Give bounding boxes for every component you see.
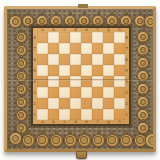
coin-medallion-icon: [92, 134, 105, 147]
square-a6[interactable]: [37, 54, 48, 65]
square-g3[interactable]: [103, 87, 114, 98]
clasp-tab: [76, 151, 87, 159]
coin-medallion-icon: [36, 134, 49, 147]
coin-medallion-icon: [92, 15, 104, 27]
coin-medallion-icon: [106, 15, 118, 27]
coordinate-label: 4: [124, 80, 130, 84]
board-frame: aabbccddeeffgghh8877665544332211: [33, 28, 129, 124]
square-e4[interactable]: [81, 76, 92, 87]
square-f4[interactable]: [92, 76, 103, 87]
square-b4[interactable]: [48, 76, 59, 87]
coordinate-label: b: [51, 28, 57, 32]
square-c6[interactable]: [59, 54, 70, 65]
coordinate-label: 1: [124, 113, 130, 117]
coin-medallion-icon: [22, 15, 34, 27]
coordinate-label: 3: [32, 91, 38, 95]
coordinate-label: 8: [124, 36, 130, 40]
coin-medallion-icon: [50, 15, 62, 27]
coordinate-label: 6: [124, 58, 130, 62]
square-b8[interactable]: [48, 32, 59, 43]
square-f8[interactable]: [92, 32, 103, 43]
coordinate-label: 3: [124, 91, 130, 95]
coordinate-label: 8: [32, 36, 38, 40]
coin-medallion-icon: [16, 84, 27, 95]
square-g6[interactable]: [103, 54, 114, 65]
coordinate-label: e: [84, 120, 90, 124]
square-a4[interactable]: [37, 76, 48, 87]
square-f6[interactable]: [92, 54, 103, 65]
coordinate-label: 7: [124, 47, 130, 51]
carved-border: aabbccddeeffgghh8877665544332211: [7, 9, 153, 149]
coordinate-label: a: [40, 120, 46, 124]
coordinate-label: h: [117, 120, 123, 124]
square-a5[interactable]: [37, 65, 48, 76]
square-b7[interactable]: [48, 43, 59, 54]
coordinate-label: d: [73, 120, 79, 124]
coin-medallion-icon: [16, 71, 27, 82]
square-e7[interactable]: [81, 43, 92, 54]
square-e2[interactable]: [81, 98, 92, 109]
coordinate-label: c: [62, 28, 68, 32]
coordinate-label: 2: [124, 102, 130, 106]
square-g5[interactable]: [103, 65, 114, 76]
square-f2[interactable]: [92, 98, 103, 109]
coordinate-label: 6: [32, 58, 38, 62]
square-c7[interactable]: [59, 43, 70, 54]
square-c2[interactable]: [59, 98, 70, 109]
square-a7[interactable]: [37, 43, 48, 54]
square-a2[interactable]: [37, 98, 48, 109]
coordinate-label: 2: [32, 102, 38, 106]
square-c8[interactable]: [59, 32, 70, 43]
square-d3[interactable]: [70, 87, 81, 98]
coordinate-label: c: [62, 120, 68, 124]
coordinate-label: g: [106, 120, 112, 124]
coin-medallion-icon: [78, 15, 90, 27]
coin-medallion-icon: [50, 134, 63, 147]
square-c3[interactable]: [59, 87, 70, 98]
coordinate-label: h: [117, 28, 123, 32]
coordinate-label: 7: [32, 47, 38, 51]
square-d6[interactable]: [70, 54, 81, 65]
square-a3[interactable]: [37, 87, 48, 98]
coin-medallion-icon: [16, 110, 27, 121]
coordinate-label: 5: [32, 69, 38, 73]
coin-medallion-icon: [120, 15, 132, 27]
square-a8[interactable]: [37, 32, 48, 43]
coin-medallion-icon: [64, 134, 77, 147]
square-d4[interactable]: [70, 76, 81, 87]
coordinate-label: f: [95, 28, 101, 32]
coordinate-label: d: [73, 28, 79, 32]
coordinate-label: 5: [124, 69, 130, 73]
coin-medallion-icon: [16, 45, 27, 56]
coin-medallion-icon: [16, 32, 27, 43]
square-e8[interactable]: [81, 32, 92, 43]
square-f5[interactable]: [92, 65, 103, 76]
square-e6[interactable]: [81, 54, 92, 65]
square-e5[interactable]: [81, 65, 92, 76]
square-b2[interactable]: [48, 98, 59, 109]
hinge-notch: [78, 4, 88, 8]
square-b5[interactable]: [48, 65, 59, 76]
square-g8[interactable]: [103, 32, 114, 43]
square-d8[interactable]: [70, 32, 81, 43]
square-g2[interactable]: [103, 98, 114, 109]
coordinate-label: a: [40, 28, 46, 32]
coin-medallion-icon: [64, 15, 76, 27]
chess-board: [37, 32, 125, 120]
coin-medallion-icon: [106, 134, 119, 147]
square-e3[interactable]: [81, 87, 92, 98]
coordinate-label: g: [106, 28, 112, 32]
wooden-board-box: aabbccddeeffgghh8877665544332211: [4, 6, 156, 152]
board-photo: aabbccddeeffgghh8877665544332211: [0, 0, 160, 160]
coin-medallion-icon: [78, 134, 91, 147]
square-g4[interactable]: [103, 76, 114, 87]
coin-medallion-icon: [16, 97, 27, 108]
coordinate-label: e: [84, 28, 90, 32]
coordinate-label: b: [51, 120, 57, 124]
coin-medallion-icon: [7, 129, 24, 147]
coin-medallion-icon: [16, 58, 27, 69]
coordinate-label: f: [95, 120, 101, 124]
coordinate-label: 1: [32, 113, 38, 117]
square-f3[interactable]: [92, 87, 103, 98]
square-c4[interactable]: [59, 76, 70, 87]
coin-medallion-icon: [22, 134, 35, 147]
square-b6[interactable]: [48, 54, 59, 65]
coin-medallion-icon: [7, 12, 24, 30]
square-b3[interactable]: [48, 87, 59, 98]
square-d5[interactable]: [70, 65, 81, 76]
coin-medallion-icon: [36, 15, 48, 27]
coordinate-label: 4: [32, 80, 38, 84]
square-g7[interactable]: [103, 43, 114, 54]
square-c5[interactable]: [59, 65, 70, 76]
coin-medallion-icon: [120, 134, 133, 147]
square-f7[interactable]: [92, 43, 103, 54]
square-d2[interactable]: [70, 98, 81, 109]
square-d7[interactable]: [70, 43, 81, 54]
